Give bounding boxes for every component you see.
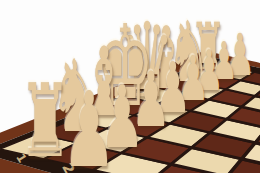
photo-stage: 123 ♜♟♟♞♝♟♛♟♚♟♝♟♞♟♜♟ xyxy=(0,0,260,173)
white-pawn-h2[interactable]: ♟ xyxy=(62,78,116,173)
pieces-layer: ♜♟♟♞♝♟♛♟♚♟♝♟♞♟♜♟ xyxy=(0,0,260,173)
